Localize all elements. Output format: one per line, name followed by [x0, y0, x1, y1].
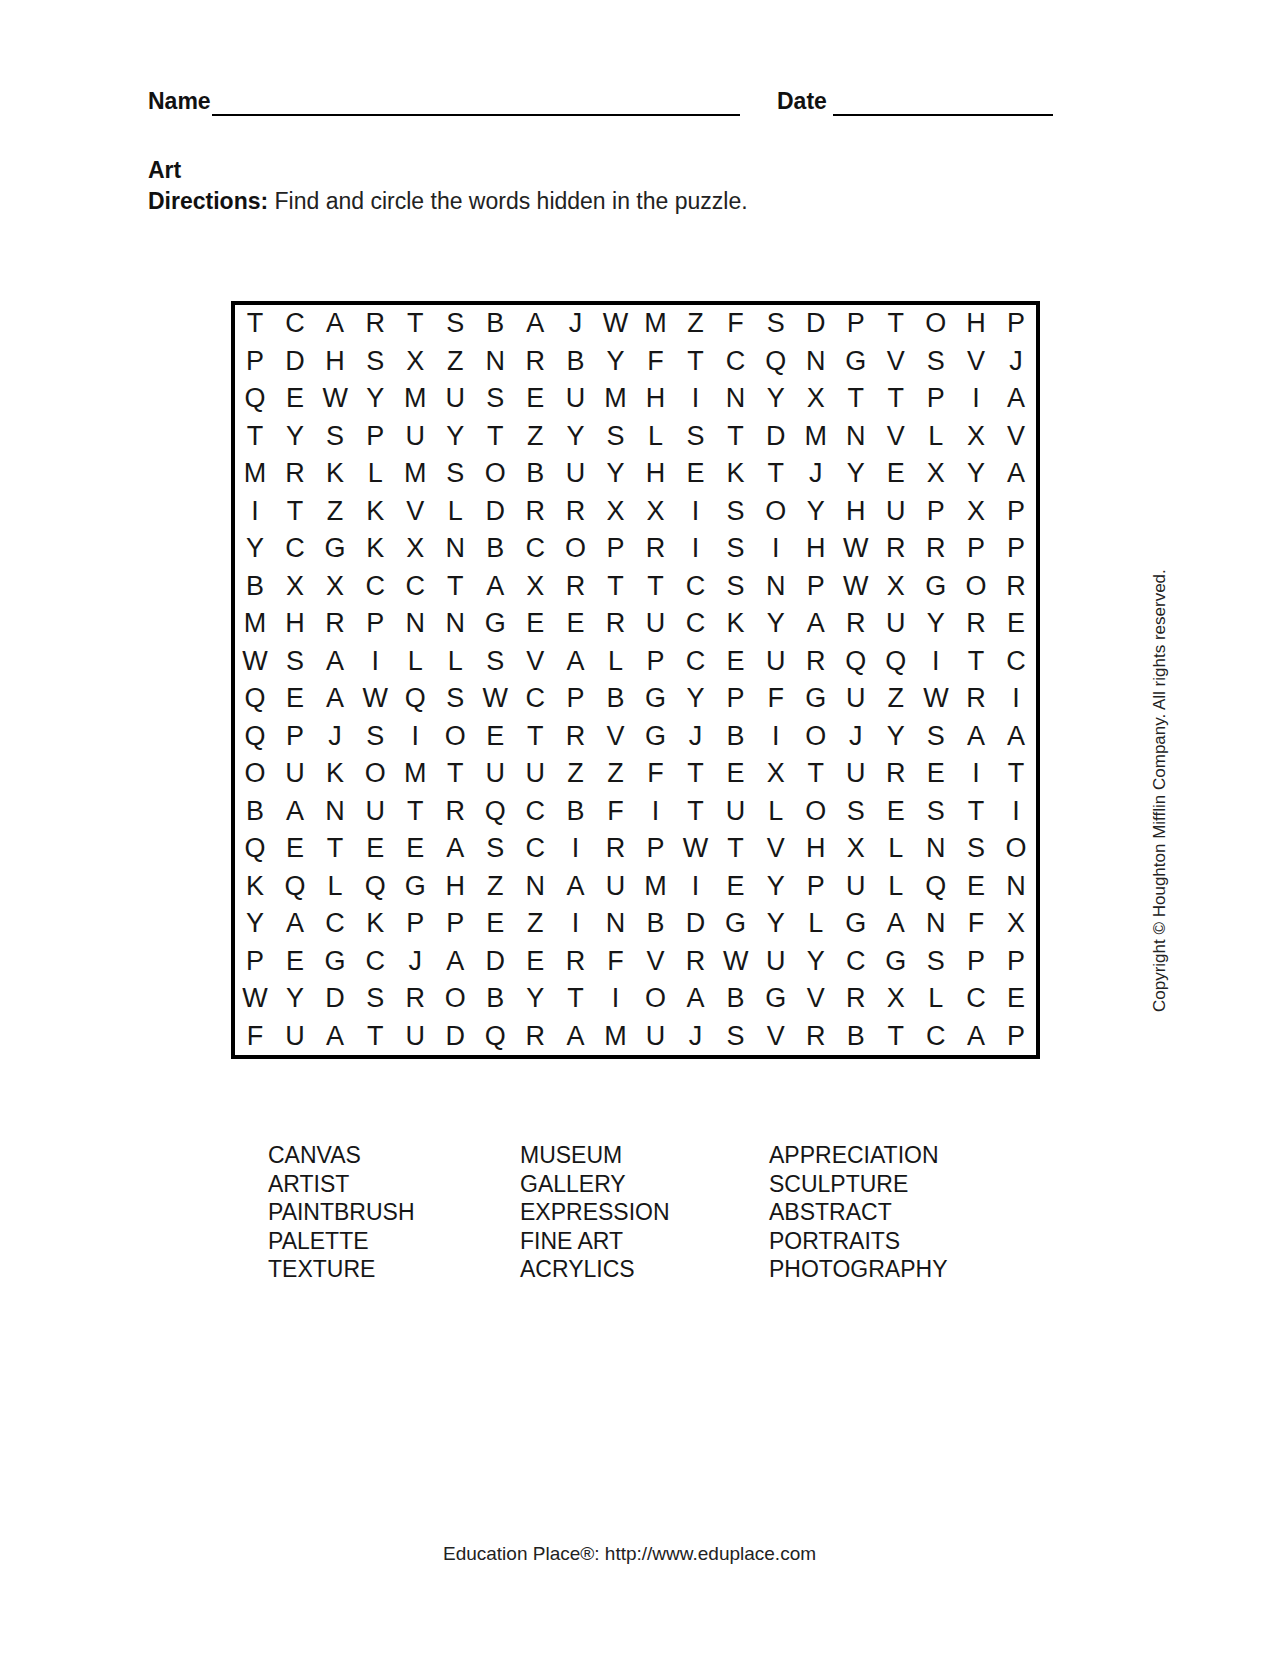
grid-cell-r2c6[interactable]: Z: [435, 343, 475, 381]
grid-cell-r4c1[interactable]: T: [235, 418, 275, 456]
grid-cell-r18c13[interactable]: W: [716, 943, 756, 981]
grid-cell-r19c16[interactable]: R: [836, 980, 876, 1018]
grid-cell-r18c16[interactable]: C: [836, 943, 876, 981]
grid-cell-r13c13[interactable]: E: [716, 755, 756, 793]
grid-cell-r16c12[interactable]: I: [676, 868, 716, 906]
grid-cell-r1c10[interactable]: W: [595, 305, 635, 343]
grid-cell-r6c15[interactable]: Y: [796, 493, 836, 531]
grid-cell-r16c11[interactable]: M: [635, 868, 675, 906]
grid-cell-r20c3[interactable]: A: [315, 1018, 355, 1056]
grid-cell-r9c8[interactable]: E: [515, 605, 555, 643]
grid-cell-r20c19[interactable]: A: [956, 1018, 996, 1056]
grid-cell-r19c4[interactable]: S: [355, 980, 395, 1018]
grid-cell-r12c1[interactable]: Q: [235, 718, 275, 756]
grid-cell-r17c13[interactable]: G: [716, 905, 756, 943]
grid-cell-r11c4[interactable]: W: [355, 680, 395, 718]
grid-cell-r6c1[interactable]: I: [235, 493, 275, 531]
grid-cell-r15c5[interactable]: E: [395, 830, 435, 868]
grid-cell-r4c3[interactable]: S: [315, 418, 355, 456]
grid-cell-r20c9[interactable]: A: [555, 1018, 595, 1056]
grid-cell-r7c20[interactable]: P: [996, 530, 1036, 568]
grid-cell-r14c19[interactable]: T: [956, 793, 996, 831]
grid-cell-r5c9[interactable]: U: [555, 455, 595, 493]
grid-cell-r9c18[interactable]: Y: [916, 605, 956, 643]
grid-cell-r3c4[interactable]: Y: [355, 380, 395, 418]
grid-cell-r14c4[interactable]: U: [355, 793, 395, 831]
grid-cell-r5c19[interactable]: Y: [956, 455, 996, 493]
grid-cell-r18c2[interactable]: E: [275, 943, 315, 981]
grid-cell-r3c19[interactable]: I: [956, 380, 996, 418]
grid-cell-r17c6[interactable]: P: [435, 905, 475, 943]
grid-cell-r1c11[interactable]: M: [635, 305, 675, 343]
grid-cell-r2c12[interactable]: T: [676, 343, 716, 381]
grid-cell-r20c17[interactable]: T: [876, 1018, 916, 1056]
grid-cell-r20c2[interactable]: U: [275, 1018, 315, 1056]
grid-cell-r9c10[interactable]: R: [595, 605, 635, 643]
grid-cell-r16c16[interactable]: U: [836, 868, 876, 906]
grid-cell-r2c7[interactable]: N: [475, 343, 515, 381]
grid-cell-r4c12[interactable]: S: [676, 418, 716, 456]
grid-cell-r13c10[interactable]: Z: [595, 755, 635, 793]
grid-cell-r4c17[interactable]: V: [876, 418, 916, 456]
grid-cell-r8c16[interactable]: W: [836, 568, 876, 606]
grid-cell-r8c15[interactable]: P: [796, 568, 836, 606]
grid-cell-r16c14[interactable]: Y: [756, 868, 796, 906]
grid-cell-r16c18[interactable]: Q: [916, 868, 956, 906]
grid-cell-r11c11[interactable]: G: [635, 680, 675, 718]
grid-cell-r4c8[interactable]: Z: [515, 418, 555, 456]
grid-cell-r18c12[interactable]: R: [676, 943, 716, 981]
grid-cell-r19c18[interactable]: L: [916, 980, 956, 1018]
grid-cell-r19c10[interactable]: I: [595, 980, 635, 1018]
grid-cell-r18c3[interactable]: G: [315, 943, 355, 981]
grid-cell-r6c8[interactable]: R: [515, 493, 555, 531]
grid-cell-r1c12[interactable]: Z: [676, 305, 716, 343]
grid-cell-r5c7[interactable]: O: [475, 455, 515, 493]
grid-cell-r13c7[interactable]: U: [475, 755, 515, 793]
grid-cell-r13c12[interactable]: T: [676, 755, 716, 793]
grid-cell-r12c16[interactable]: J: [836, 718, 876, 756]
grid-cell-r14c5[interactable]: T: [395, 793, 435, 831]
grid-cell-r16c13[interactable]: E: [716, 868, 756, 906]
grid-cell-r16c9[interactable]: A: [555, 868, 595, 906]
grid-cell-r15c2[interactable]: E: [275, 830, 315, 868]
grid-cell-r3c11[interactable]: H: [635, 380, 675, 418]
grid-cell-r2c9[interactable]: B: [555, 343, 595, 381]
grid-cell-r18c6[interactable]: A: [435, 943, 475, 981]
grid-cell-r13c6[interactable]: T: [435, 755, 475, 793]
grid-cell-r14c9[interactable]: B: [555, 793, 595, 831]
grid-cell-r15c3[interactable]: T: [315, 830, 355, 868]
grid-cell-r20c4[interactable]: T: [355, 1018, 395, 1056]
grid-cell-r12c5[interactable]: I: [395, 718, 435, 756]
grid-cell-r4c9[interactable]: Y: [555, 418, 595, 456]
grid-cell-r4c11[interactable]: L: [635, 418, 675, 456]
grid-cell-r11c1[interactable]: Q: [235, 680, 275, 718]
grid-cell-r12c8[interactable]: T: [515, 718, 555, 756]
grid-cell-r18c9[interactable]: R: [555, 943, 595, 981]
grid-cell-r14c2[interactable]: A: [275, 793, 315, 831]
grid-cell-r2c17[interactable]: V: [876, 343, 916, 381]
grid-cell-r20c8[interactable]: R: [515, 1018, 555, 1056]
grid-cell-r18c15[interactable]: Y: [796, 943, 836, 981]
grid-cell-r17c9[interactable]: I: [555, 905, 595, 943]
grid-cell-r5c1[interactable]: M: [235, 455, 275, 493]
grid-cell-r5c5[interactable]: M: [395, 455, 435, 493]
grid-cell-r10c20[interactable]: C: [996, 643, 1036, 681]
grid-cell-r6c5[interactable]: V: [395, 493, 435, 531]
grid-cell-r19c12[interactable]: A: [676, 980, 716, 1018]
grid-cell-r4c16[interactable]: N: [836, 418, 876, 456]
grid-cell-r5c17[interactable]: E: [876, 455, 916, 493]
grid-cell-r14c1[interactable]: B: [235, 793, 275, 831]
grid-cell-r7c12[interactable]: I: [676, 530, 716, 568]
grid-cell-r18c1[interactable]: P: [235, 943, 275, 981]
grid-cell-r2c11[interactable]: F: [635, 343, 675, 381]
grid-cell-r14c3[interactable]: N: [315, 793, 355, 831]
grid-cell-r19c15[interactable]: V: [796, 980, 836, 1018]
grid-cell-r4c4[interactable]: P: [355, 418, 395, 456]
grid-cell-r2c2[interactable]: D: [275, 343, 315, 381]
grid-cell-r14c13[interactable]: U: [716, 793, 756, 831]
grid-cell-r3c20[interactable]: A: [996, 380, 1036, 418]
grid-cell-r9c19[interactable]: R: [956, 605, 996, 643]
grid-cell-r19c3[interactable]: D: [315, 980, 355, 1018]
grid-cell-r11c15[interactable]: G: [796, 680, 836, 718]
grid-cell-r2c4[interactable]: S: [355, 343, 395, 381]
grid-cell-r3c14[interactable]: Y: [756, 380, 796, 418]
grid-cell-r6c6[interactable]: L: [435, 493, 475, 531]
grid-cell-r20c15[interactable]: R: [796, 1018, 836, 1056]
grid-cell-r10c14[interactable]: U: [756, 643, 796, 681]
grid-cell-r14c15[interactable]: O: [796, 793, 836, 831]
grid-cell-r1c16[interactable]: P: [836, 305, 876, 343]
grid-cell-r17c7[interactable]: E: [475, 905, 515, 943]
grid-cell-r2c20[interactable]: J: [996, 343, 1036, 381]
grid-cell-r20c1[interactable]: F: [235, 1018, 275, 1056]
grid-cell-r13c19[interactable]: I: [956, 755, 996, 793]
grid-cell-r7c4[interactable]: K: [355, 530, 395, 568]
grid-cell-r12c7[interactable]: E: [475, 718, 515, 756]
grid-cell-r1c9[interactable]: J: [555, 305, 595, 343]
grid-cell-r2c19[interactable]: V: [956, 343, 996, 381]
grid-cell-r6c7[interactable]: D: [475, 493, 515, 531]
grid-cell-r16c19[interactable]: E: [956, 868, 996, 906]
grid-cell-r3c10[interactable]: M: [595, 380, 635, 418]
grid-cell-r10c3[interactable]: A: [315, 643, 355, 681]
grid-cell-r6c19[interactable]: X: [956, 493, 996, 531]
grid-cell-r1c15[interactable]: D: [796, 305, 836, 343]
grid-cell-r16c17[interactable]: L: [876, 868, 916, 906]
grid-cell-r16c2[interactable]: Q: [275, 868, 315, 906]
grid-cell-r16c15[interactable]: P: [796, 868, 836, 906]
grid-cell-r18c19[interactable]: P: [956, 943, 996, 981]
grid-cell-r12c14[interactable]: I: [756, 718, 796, 756]
grid-cell-r13c14[interactable]: X: [756, 755, 796, 793]
grid-cell-r13c4[interactable]: O: [355, 755, 395, 793]
grid-cell-r9c6[interactable]: N: [435, 605, 475, 643]
grid-cell-r19c6[interactable]: O: [435, 980, 475, 1018]
grid-cell-r5c6[interactable]: S: [435, 455, 475, 493]
grid-cell-r17c1[interactable]: Y: [235, 905, 275, 943]
grid-cell-r3c16[interactable]: T: [836, 380, 876, 418]
grid-cell-r17c17[interactable]: A: [876, 905, 916, 943]
grid-cell-r10c15[interactable]: R: [796, 643, 836, 681]
grid-cell-r1c13[interactable]: F: [716, 305, 756, 343]
grid-cell-r2c13[interactable]: C: [716, 343, 756, 381]
grid-cell-r4c2[interactable]: Y: [275, 418, 315, 456]
grid-cell-r5c18[interactable]: X: [916, 455, 956, 493]
grid-cell-r4c14[interactable]: D: [756, 418, 796, 456]
grid-cell-r11c10[interactable]: B: [595, 680, 635, 718]
grid-cell-r8c2[interactable]: X: [275, 568, 315, 606]
grid-cell-r7c18[interactable]: R: [916, 530, 956, 568]
grid-cell-r5c20[interactable]: A: [996, 455, 1036, 493]
grid-cell-r15c7[interactable]: S: [475, 830, 515, 868]
grid-cell-r17c15[interactable]: L: [796, 905, 836, 943]
grid-cell-r8c14[interactable]: N: [756, 568, 796, 606]
grid-cell-r10c5[interactable]: L: [395, 643, 435, 681]
grid-cell-r18c14[interactable]: U: [756, 943, 796, 981]
grid-cell-r7c13[interactable]: S: [716, 530, 756, 568]
grid-cell-r9c17[interactable]: U: [876, 605, 916, 643]
grid-cell-r19c1[interactable]: W: [235, 980, 275, 1018]
grid-cell-r14c10[interactable]: F: [595, 793, 635, 831]
grid-cell-r14c16[interactable]: S: [836, 793, 876, 831]
grid-cell-r13c5[interactable]: M: [395, 755, 435, 793]
grid-cell-r15c1[interactable]: Q: [235, 830, 275, 868]
grid-cell-r1c4[interactable]: R: [355, 305, 395, 343]
grid-cell-r16c10[interactable]: U: [595, 868, 635, 906]
grid-cell-r17c18[interactable]: N: [916, 905, 956, 943]
grid-cell-r9c13[interactable]: K: [716, 605, 756, 643]
grid-cell-r5c10[interactable]: Y: [595, 455, 635, 493]
grid-cell-r20c16[interactable]: B: [836, 1018, 876, 1056]
grid-cell-r9c4[interactable]: P: [355, 605, 395, 643]
grid-cell-r6c9[interactable]: R: [555, 493, 595, 531]
grid-cell-r11c17[interactable]: Z: [876, 680, 916, 718]
grid-cell-r20c10[interactable]: M: [595, 1018, 635, 1056]
grid-cell-r9c11[interactable]: U: [635, 605, 675, 643]
grid-cell-r9c3[interactable]: R: [315, 605, 355, 643]
grid-cell-r16c8[interactable]: N: [515, 868, 555, 906]
grid-cell-r8c3[interactable]: X: [315, 568, 355, 606]
grid-cell-r12c10[interactable]: V: [595, 718, 635, 756]
grid-cell-r1c8[interactable]: A: [515, 305, 555, 343]
grid-cell-r19c8[interactable]: Y: [515, 980, 555, 1018]
grid-cell-r6c11[interactable]: X: [635, 493, 675, 531]
grid-cell-r1c6[interactable]: S: [435, 305, 475, 343]
grid-cell-r10c2[interactable]: S: [275, 643, 315, 681]
grid-cell-r5c11[interactable]: H: [635, 455, 675, 493]
grid-cell-r15c17[interactable]: L: [876, 830, 916, 868]
grid-cell-r20c13[interactable]: S: [716, 1018, 756, 1056]
grid-cell-r13c11[interactable]: F: [635, 755, 675, 793]
grid-cell-r10c1[interactable]: W: [235, 643, 275, 681]
grid-cell-r15c12[interactable]: W: [676, 830, 716, 868]
grid-cell-r17c8[interactable]: Z: [515, 905, 555, 943]
grid-cell-r1c17[interactable]: T: [876, 305, 916, 343]
grid-cell-r10c16[interactable]: Q: [836, 643, 876, 681]
grid-cell-r3c7[interactable]: S: [475, 380, 515, 418]
grid-cell-r17c11[interactable]: B: [635, 905, 675, 943]
grid-cell-r7c17[interactable]: R: [876, 530, 916, 568]
grid-cell-r1c20[interactable]: P: [996, 305, 1036, 343]
grid-cell-r15c13[interactable]: T: [716, 830, 756, 868]
grid-cell-r10c10[interactable]: L: [595, 643, 635, 681]
grid-cell-r3c12[interactable]: I: [676, 380, 716, 418]
grid-cell-r14c12[interactable]: T: [676, 793, 716, 831]
grid-cell-r11c9[interactable]: P: [555, 680, 595, 718]
grid-cell-r18c10[interactable]: F: [595, 943, 635, 981]
grid-cell-r13c16[interactable]: U: [836, 755, 876, 793]
grid-cell-r13c18[interactable]: E: [916, 755, 956, 793]
grid-cell-r9c12[interactable]: C: [676, 605, 716, 643]
grid-cell-r14c17[interactable]: E: [876, 793, 916, 831]
grid-cell-r15c9[interactable]: I: [555, 830, 595, 868]
grid-cell-r7c6[interactable]: N: [435, 530, 475, 568]
grid-cell-r13c20[interactable]: T: [996, 755, 1036, 793]
grid-cell-r3c9[interactable]: U: [555, 380, 595, 418]
grid-cell-r15c11[interactable]: P: [635, 830, 675, 868]
grid-cell-r11c16[interactable]: U: [836, 680, 876, 718]
grid-cell-r13c8[interactable]: U: [515, 755, 555, 793]
grid-cell-r10c9[interactable]: A: [555, 643, 595, 681]
grid-cell-r3c2[interactable]: E: [275, 380, 315, 418]
grid-cell-r4c20[interactable]: V: [996, 418, 1036, 456]
grid-cell-r20c7[interactable]: Q: [475, 1018, 515, 1056]
grid-cell-r16c3[interactable]: L: [315, 868, 355, 906]
grid-cell-r9c20[interactable]: E: [996, 605, 1036, 643]
grid-cell-r12c4[interactable]: S: [355, 718, 395, 756]
grid-cell-r7c2[interactable]: C: [275, 530, 315, 568]
grid-cell-r18c7[interactable]: D: [475, 943, 515, 981]
grid-cell-r9c7[interactable]: G: [475, 605, 515, 643]
grid-cell-r10c19[interactable]: T: [956, 643, 996, 681]
grid-cell-r18c18[interactable]: S: [916, 943, 956, 981]
grid-cell-r13c2[interactable]: U: [275, 755, 315, 793]
grid-cell-r14c8[interactable]: C: [515, 793, 555, 831]
grid-cell-r8c6[interactable]: T: [435, 568, 475, 606]
grid-cell-r15c18[interactable]: N: [916, 830, 956, 868]
grid-cell-r7c8[interactable]: C: [515, 530, 555, 568]
grid-cell-r4c18[interactable]: L: [916, 418, 956, 456]
grid-cell-r6c20[interactable]: P: [996, 493, 1036, 531]
grid-cell-r13c3[interactable]: K: [315, 755, 355, 793]
grid-cell-r7c9[interactable]: O: [555, 530, 595, 568]
grid-cell-r20c5[interactable]: U: [395, 1018, 435, 1056]
grid-cell-r7c1[interactable]: Y: [235, 530, 275, 568]
grid-cell-r2c15[interactable]: N: [796, 343, 836, 381]
grid-cell-r5c16[interactable]: Y: [836, 455, 876, 493]
grid-cell-r11c8[interactable]: C: [515, 680, 555, 718]
grid-cell-r7c3[interactable]: G: [315, 530, 355, 568]
grid-cell-r19c17[interactable]: X: [876, 980, 916, 1018]
grid-cell-r17c12[interactable]: D: [676, 905, 716, 943]
grid-cell-r11c14[interactable]: F: [756, 680, 796, 718]
grid-cell-r12c20[interactable]: A: [996, 718, 1036, 756]
grid-cell-r10c18[interactable]: I: [916, 643, 956, 681]
grid-cell-r5c12[interactable]: E: [676, 455, 716, 493]
grid-cell-r19c19[interactable]: C: [956, 980, 996, 1018]
grid-cell-r8c10[interactable]: T: [595, 568, 635, 606]
grid-cell-r9c9[interactable]: E: [555, 605, 595, 643]
grid-cell-r8c17[interactable]: X: [876, 568, 916, 606]
grid-cell-r5c14[interactable]: T: [756, 455, 796, 493]
grid-cell-r4c5[interactable]: U: [395, 418, 435, 456]
grid-cell-r16c1[interactable]: K: [235, 868, 275, 906]
grid-cell-r11c7[interactable]: W: [475, 680, 515, 718]
grid-cell-r17c10[interactable]: N: [595, 905, 635, 943]
grid-cell-r19c13[interactable]: B: [716, 980, 756, 1018]
grid-cell-r15c16[interactable]: X: [836, 830, 876, 868]
grid-cell-r3c1[interactable]: Q: [235, 380, 275, 418]
grid-cell-r2c8[interactable]: R: [515, 343, 555, 381]
grid-cell-r15c15[interactable]: H: [796, 830, 836, 868]
grid-cell-r8c13[interactable]: S: [716, 568, 756, 606]
grid-cell-r12c15[interactable]: O: [796, 718, 836, 756]
grid-cell-r10c4[interactable]: I: [355, 643, 395, 681]
grid-cell-r1c18[interactable]: O: [916, 305, 956, 343]
grid-cell-r2c5[interactable]: X: [395, 343, 435, 381]
grid-cell-r19c7[interactable]: B: [475, 980, 515, 1018]
grid-cell-r18c20[interactable]: P: [996, 943, 1036, 981]
grid-cell-r12c6[interactable]: O: [435, 718, 475, 756]
grid-cell-r12c11[interactable]: G: [635, 718, 675, 756]
grid-cell-r8c20[interactable]: R: [996, 568, 1036, 606]
grid-cell-r6c4[interactable]: K: [355, 493, 395, 531]
grid-cell-r15c4[interactable]: E: [355, 830, 395, 868]
grid-cell-r13c1[interactable]: O: [235, 755, 275, 793]
grid-cell-r15c14[interactable]: V: [756, 830, 796, 868]
grid-cell-r15c20[interactable]: O: [996, 830, 1036, 868]
grid-cell-r5c13[interactable]: K: [716, 455, 756, 493]
grid-cell-r9c2[interactable]: H: [275, 605, 315, 643]
grid-cell-r17c14[interactable]: Y: [756, 905, 796, 943]
grid-cell-r17c2[interactable]: A: [275, 905, 315, 943]
grid-cell-r1c3[interactable]: A: [315, 305, 355, 343]
grid-cell-r9c1[interactable]: M: [235, 605, 275, 643]
grid-cell-r3c18[interactable]: P: [916, 380, 956, 418]
grid-cell-r8c9[interactable]: R: [555, 568, 595, 606]
grid-cell-r19c9[interactable]: T: [555, 980, 595, 1018]
grid-cell-r11c12[interactable]: Y: [676, 680, 716, 718]
grid-cell-r20c20[interactable]: P: [996, 1018, 1036, 1056]
grid-cell-r10c12[interactable]: C: [676, 643, 716, 681]
grid-cell-r2c14[interactable]: Q: [756, 343, 796, 381]
grid-cell-r9c15[interactable]: A: [796, 605, 836, 643]
grid-cell-r6c14[interactable]: O: [756, 493, 796, 531]
grid-cell-r11c18[interactable]: W: [916, 680, 956, 718]
grid-cell-r12c9[interactable]: R: [555, 718, 595, 756]
grid-cell-r18c11[interactable]: V: [635, 943, 675, 981]
grid-cell-r17c19[interactable]: F: [956, 905, 996, 943]
grid-cell-r2c10[interactable]: Y: [595, 343, 635, 381]
grid-cell-r18c8[interactable]: E: [515, 943, 555, 981]
grid-cell-r3c13[interactable]: N: [716, 380, 756, 418]
grid-cell-r20c14[interactable]: V: [756, 1018, 796, 1056]
grid-cell-r20c11[interactable]: U: [635, 1018, 675, 1056]
grid-cell-r8c5[interactable]: C: [395, 568, 435, 606]
grid-cell-r19c2[interactable]: Y: [275, 980, 315, 1018]
grid-cell-r6c13[interactable]: S: [716, 493, 756, 531]
grid-cell-r20c18[interactable]: C: [916, 1018, 956, 1056]
grid-cell-r16c4[interactable]: Q: [355, 868, 395, 906]
grid-cell-r7c14[interactable]: I: [756, 530, 796, 568]
grid-cell-r7c19[interactable]: P: [956, 530, 996, 568]
grid-cell-r5c3[interactable]: K: [315, 455, 355, 493]
grid-cell-r4c13[interactable]: T: [716, 418, 756, 456]
